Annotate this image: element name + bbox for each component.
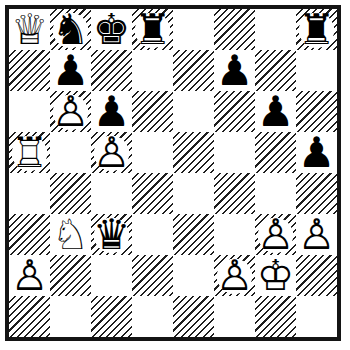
- square-f6[interactable]: [214, 91, 255, 132]
- square-g2[interactable]: ♔: [255, 255, 296, 296]
- piece-white-pawn: ♙: [50, 91, 91, 132]
- piece-black-queen: ♛: [91, 214, 132, 255]
- piece-black-rook: ♜: [132, 9, 173, 50]
- square-h3[interactable]: ♙: [296, 214, 337, 255]
- square-e2[interactable]: [173, 255, 214, 296]
- square-c1[interactable]: [91, 296, 132, 337]
- piece-white-knight: ♘: [50, 214, 91, 255]
- square-f5[interactable]: [214, 132, 255, 173]
- piece-black-pawn: ♟: [296, 132, 337, 173]
- square-e8[interactable]: [173, 9, 214, 50]
- square-c6[interactable]: ♟: [91, 91, 132, 132]
- piece-black-rook: ♜: [296, 9, 337, 50]
- piece-white-rook: ♖: [9, 132, 50, 173]
- square-b7[interactable]: ♟: [50, 50, 91, 91]
- square-a7[interactable]: [9, 50, 50, 91]
- square-d5[interactable]: [132, 132, 173, 173]
- square-a6[interactable]: [9, 91, 50, 132]
- chessboard-frame: ♕♞♚♜♜♟♟♙♟♟♖♙♟♘♛♙♙♙♙♔: [5, 5, 341, 341]
- square-b5[interactable]: [50, 132, 91, 173]
- square-a2[interactable]: ♙: [9, 255, 50, 296]
- square-d7[interactable]: [132, 50, 173, 91]
- square-c2[interactable]: [91, 255, 132, 296]
- square-e4[interactable]: [173, 173, 214, 214]
- square-h1[interactable]: [296, 296, 337, 337]
- square-a4[interactable]: [9, 173, 50, 214]
- square-g1[interactable]: [255, 296, 296, 337]
- piece-white-king: ♔: [255, 255, 296, 296]
- square-h7[interactable]: [296, 50, 337, 91]
- square-g8[interactable]: [255, 9, 296, 50]
- square-d3[interactable]: [132, 214, 173, 255]
- square-a3[interactable]: [9, 214, 50, 255]
- square-e7[interactable]: [173, 50, 214, 91]
- piece-white-pawn: ♙: [296, 214, 337, 255]
- piece-black-pawn: ♟: [50, 50, 91, 91]
- square-a8[interactable]: ♕: [9, 9, 50, 50]
- piece-black-pawn: ♟: [91, 91, 132, 132]
- piece-white-pawn: ♙: [214, 255, 255, 296]
- square-b2[interactable]: [50, 255, 91, 296]
- square-c7[interactable]: [91, 50, 132, 91]
- piece-white-pawn: ♙: [9, 255, 50, 296]
- square-b6[interactable]: ♙: [50, 91, 91, 132]
- square-c3[interactable]: ♛: [91, 214, 132, 255]
- piece-white-pawn: ♙: [91, 132, 132, 173]
- square-d6[interactable]: [132, 91, 173, 132]
- square-b8[interactable]: ♞: [50, 9, 91, 50]
- square-c4[interactable]: [91, 173, 132, 214]
- square-d2[interactable]: [132, 255, 173, 296]
- square-g7[interactable]: [255, 50, 296, 91]
- square-f2[interactable]: ♙: [214, 255, 255, 296]
- chessboard: ♕♞♚♜♜♟♟♙♟♟♖♙♟♘♛♙♙♙♙♔: [9, 9, 337, 337]
- square-h8[interactable]: ♜: [296, 9, 337, 50]
- square-b4[interactable]: [50, 173, 91, 214]
- square-g4[interactable]: [255, 173, 296, 214]
- square-a1[interactable]: [9, 296, 50, 337]
- square-f8[interactable]: [214, 9, 255, 50]
- square-c5[interactable]: ♙: [91, 132, 132, 173]
- square-d8[interactable]: ♜: [132, 9, 173, 50]
- piece-black-pawn: ♟: [214, 50, 255, 91]
- square-h4[interactable]: [296, 173, 337, 214]
- piece-white-queen: ♕: [9, 9, 50, 50]
- square-f3[interactable]: [214, 214, 255, 255]
- square-e1[interactable]: [173, 296, 214, 337]
- square-g5[interactable]: [255, 132, 296, 173]
- square-e6[interactable]: [173, 91, 214, 132]
- square-f7[interactable]: ♟: [214, 50, 255, 91]
- square-h2[interactable]: [296, 255, 337, 296]
- piece-black-king: ♚: [91, 9, 132, 50]
- square-e5[interactable]: [173, 132, 214, 173]
- square-g3[interactable]: ♙: [255, 214, 296, 255]
- piece-white-pawn: ♙: [255, 214, 296, 255]
- square-f1[interactable]: [214, 296, 255, 337]
- square-d1[interactable]: [132, 296, 173, 337]
- square-h5[interactable]: ♟: [296, 132, 337, 173]
- square-e3[interactable]: [173, 214, 214, 255]
- square-c8[interactable]: ♚: [91, 9, 132, 50]
- square-d4[interactable]: [132, 173, 173, 214]
- square-b3[interactable]: ♘: [50, 214, 91, 255]
- square-h6[interactable]: [296, 91, 337, 132]
- square-g6[interactable]: ♟: [255, 91, 296, 132]
- square-a5[interactable]: ♖: [9, 132, 50, 173]
- piece-black-pawn: ♟: [255, 91, 296, 132]
- square-f4[interactable]: [214, 173, 255, 214]
- piece-black-knight: ♞: [50, 9, 91, 50]
- square-b1[interactable]: [50, 296, 91, 337]
